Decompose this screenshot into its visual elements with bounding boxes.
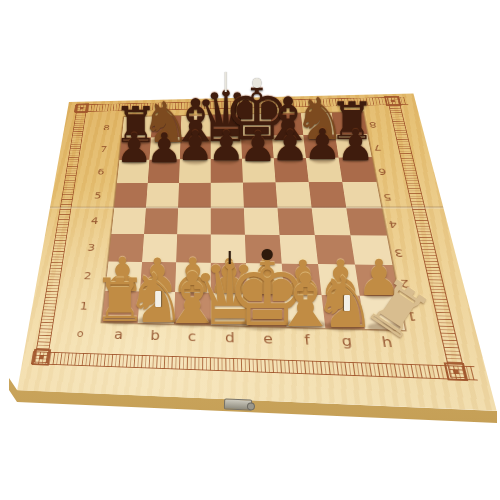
- pawn-glyph: ♟: [336, 124, 374, 167]
- dark-ball-finial: [262, 249, 273, 260]
- knight-sticker: [344, 295, 350, 311]
- pieces-layer: ♜♞♝♛♚♝♞♜♟♟♟♟♟♟♟♟♟♟♟♟♟♟♟♟♜♞♝♛♚♝♞♜: [0, 0, 500, 500]
- chess-set-photo: abcdefgh 12345678 12345678 o ♜♞♝♛♚♝♞♜♟♟♟…: [0, 0, 500, 500]
